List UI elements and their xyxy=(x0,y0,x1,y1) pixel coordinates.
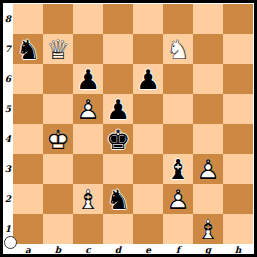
square-b4[interactable]: ♚♔ xyxy=(43,124,73,154)
black-king-piece[interactable]: ♚ xyxy=(103,124,133,154)
square-f7[interactable]: ♞♘ xyxy=(163,34,193,64)
black-pawn-piece[interactable]: ♟ xyxy=(103,94,133,124)
square-c3[interactable] xyxy=(73,154,103,184)
chess-diagram: 87654321 ♞♛♕♞♘♟♟♟♙♟♚♔♚♝♟♙♝♗♞♟♙♝♗ abcdefg… xyxy=(0,0,257,257)
square-h7[interactable] xyxy=(223,34,253,64)
square-b6[interactable] xyxy=(43,64,73,94)
square-e2[interactable] xyxy=(133,184,163,214)
square-a8[interactable] xyxy=(13,4,43,34)
white-bishop-piece[interactable]: ♗ xyxy=(73,184,103,214)
square-c2[interactable]: ♝♗ xyxy=(73,184,103,214)
square-d1[interactable] xyxy=(103,214,133,244)
black-pawn-piece[interactable]: ♟ xyxy=(73,64,103,94)
white-pawn-piece[interactable]: ♙ xyxy=(73,94,103,124)
square-c1[interactable] xyxy=(73,214,103,244)
square-a4[interactable] xyxy=(13,124,43,154)
square-c8[interactable] xyxy=(73,4,103,34)
white-knight-piece[interactable]: ♘ xyxy=(163,34,193,64)
file-labels: abcdefgh xyxy=(13,244,253,256)
square-e8[interactable] xyxy=(133,4,163,34)
file-label-e: e xyxy=(133,244,163,256)
square-f2[interactable]: ♟♙ xyxy=(163,184,193,214)
rank-label-3: 3 xyxy=(3,154,13,184)
square-h2[interactable] xyxy=(223,184,253,214)
square-b8[interactable] xyxy=(43,4,73,34)
square-f1[interactable] xyxy=(163,214,193,244)
white-king-piece[interactable]: ♔ xyxy=(43,124,73,154)
square-a7[interactable]: ♞ xyxy=(13,34,43,64)
square-b5[interactable] xyxy=(43,94,73,124)
file-label-g: g xyxy=(193,244,223,256)
rank-label-2: 2 xyxy=(3,184,13,214)
white-pawn-piece[interactable]: ♙ xyxy=(193,154,223,184)
square-a2[interactable] xyxy=(13,184,43,214)
file-label-c: c xyxy=(73,244,103,256)
square-f5[interactable] xyxy=(163,94,193,124)
square-b7[interactable]: ♛♕ xyxy=(43,34,73,64)
square-c5[interactable]: ♟♙ xyxy=(73,94,103,124)
rank-labels: 87654321 xyxy=(3,4,13,244)
board: ♞♛♕♞♘♟♟♟♙♟♚♔♚♝♟♙♝♗♞♟♙♝♗ xyxy=(13,4,253,244)
square-a6[interactable] xyxy=(13,64,43,94)
rank-label-6: 6 xyxy=(3,64,13,94)
square-g7[interactable] xyxy=(193,34,223,64)
black-knight-piece[interactable]: ♞ xyxy=(13,34,43,64)
square-b3[interactable] xyxy=(43,154,73,184)
white-bishop-piece[interactable]: ♗ xyxy=(193,214,223,244)
black-pawn-piece[interactable]: ♟ xyxy=(133,64,163,94)
square-g1[interactable]: ♝♗ xyxy=(193,214,223,244)
file-label-d: d xyxy=(103,244,133,256)
square-d3[interactable] xyxy=(103,154,133,184)
square-f4[interactable] xyxy=(163,124,193,154)
square-c6[interactable]: ♟ xyxy=(73,64,103,94)
square-e3[interactable] xyxy=(133,154,163,184)
square-b1[interactable] xyxy=(43,214,73,244)
square-a1[interactable] xyxy=(13,214,43,244)
square-g5[interactable] xyxy=(193,94,223,124)
square-f3[interactable]: ♝ xyxy=(163,154,193,184)
rank-label-5: 5 xyxy=(3,94,13,124)
square-a3[interactable] xyxy=(13,154,43,184)
black-bishop-piece[interactable]: ♝ xyxy=(163,154,193,184)
square-e1[interactable] xyxy=(133,214,163,244)
square-d4[interactable]: ♚ xyxy=(103,124,133,154)
square-d7[interactable] xyxy=(103,34,133,64)
file-label-a: a xyxy=(13,244,43,256)
square-e6[interactable]: ♟ xyxy=(133,64,163,94)
square-f6[interactable] xyxy=(163,64,193,94)
square-b2[interactable] xyxy=(43,184,73,214)
square-f8[interactable] xyxy=(163,4,193,34)
file-label-f: f xyxy=(163,244,193,256)
square-g2[interactable] xyxy=(193,184,223,214)
square-h4[interactable] xyxy=(223,124,253,154)
square-d5[interactable]: ♟ xyxy=(103,94,133,124)
square-h8[interactable] xyxy=(223,4,253,34)
black-knight-piece[interactable]: ♞ xyxy=(103,184,133,214)
file-label-b: b xyxy=(43,244,73,256)
white-queen-piece[interactable]: ♕ xyxy=(43,34,73,64)
rank-label-7: 7 xyxy=(3,34,13,64)
square-h6[interactable] xyxy=(223,64,253,94)
square-d6[interactable] xyxy=(103,64,133,94)
square-h1[interactable] xyxy=(223,214,253,244)
square-e7[interactable] xyxy=(133,34,163,64)
square-d8[interactable] xyxy=(103,4,133,34)
square-g6[interactable] xyxy=(193,64,223,94)
file-label-h: h xyxy=(223,244,253,256)
square-e4[interactable] xyxy=(133,124,163,154)
square-g8[interactable] xyxy=(193,4,223,34)
rank-label-8: 8 xyxy=(3,4,13,34)
white-pawn-piece[interactable]: ♙ xyxy=(163,184,193,214)
square-c4[interactable] xyxy=(73,124,103,154)
square-g3[interactable]: ♟♙ xyxy=(193,154,223,184)
square-h3[interactable] xyxy=(223,154,253,184)
square-d2[interactable]: ♞ xyxy=(103,184,133,214)
white-to-move-indicator xyxy=(4,236,17,249)
square-a5[interactable] xyxy=(13,94,43,124)
square-g4[interactable] xyxy=(193,124,223,154)
square-c7[interactable] xyxy=(73,34,103,64)
square-h5[interactable] xyxy=(223,94,253,124)
rank-label-4: 4 xyxy=(3,124,13,154)
square-e5[interactable] xyxy=(133,94,163,124)
